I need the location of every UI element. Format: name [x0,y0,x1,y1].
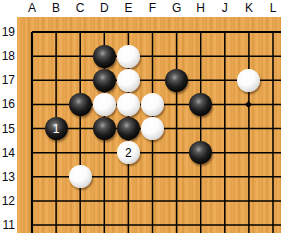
column-label-k: K [240,0,258,16]
stone-e15-black[interactable] [117,117,140,140]
column-label-j: J [216,0,234,16]
row-label-18: 18 [0,48,15,64]
go-board-panel: ABCDEFGHJKL191817161514131211 12 [0,0,281,233]
row-label-14: 14 [0,145,15,161]
stone-d18-black[interactable] [93,45,116,68]
stone-e18-white[interactable] [117,45,140,68]
stone-f16-white[interactable] [141,93,164,116]
column-label-a: A [23,0,41,16]
stone-d16-white[interactable] [93,93,116,116]
stone-c16-black[interactable] [69,93,92,116]
stone-c13-white[interactable] [69,165,92,188]
row-label-11: 11 [0,217,15,233]
column-label-l: L [264,0,281,16]
board-grid [0,0,281,233]
stone-e16-white[interactable] [117,93,140,116]
move-number-label: 1 [53,123,60,135]
row-label-17: 17 [0,72,15,88]
stone-f15-white[interactable] [141,117,164,140]
stone-g17-black[interactable] [165,69,188,92]
stone-b15-black[interactable]: 1 [45,117,68,140]
column-label-c: C [71,0,89,16]
stone-e14-white[interactable]: 2 [117,141,140,164]
stone-d17-black[interactable] [93,69,116,92]
column-label-h: H [192,0,210,16]
row-label-19: 19 [0,24,15,40]
row-label-12: 12 [0,193,15,209]
row-label-16: 16 [0,96,15,112]
column-label-e: E [119,0,137,16]
move-number-label: 2 [125,147,132,159]
stone-e17-white[interactable] [117,69,140,92]
column-label-g: G [168,0,186,16]
stone-d15-black[interactable] [93,117,116,140]
column-label-f: F [144,0,162,16]
row-label-13: 13 [0,169,15,185]
stone-h16-black[interactable] [189,93,212,116]
stone-k17-white[interactable] [237,69,260,92]
column-label-d: D [95,0,113,16]
row-label-15: 15 [0,121,15,137]
column-label-b: B [47,0,65,16]
